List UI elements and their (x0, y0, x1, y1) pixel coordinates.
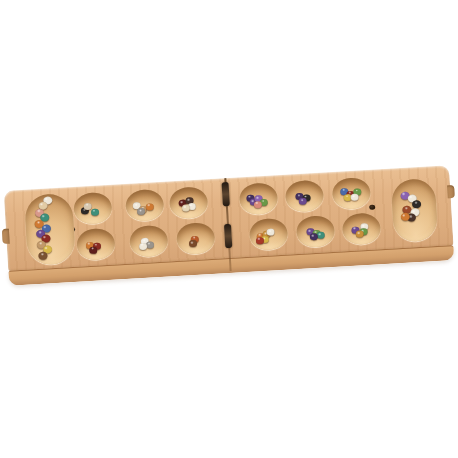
clasp-notch-right (447, 185, 455, 198)
gemstone-counter (139, 242, 147, 249)
gemstone-counter (299, 197, 307, 204)
gemstone-counter (84, 202, 92, 209)
mancala-board (4, 165, 455, 285)
gemstone-counter (89, 246, 97, 253)
gemstone-counter (182, 204, 190, 211)
pit-store-right (391, 178, 438, 242)
hinge-icon (222, 182, 230, 206)
gemstone-counter (267, 229, 275, 236)
product-photo-canvas (0, 0, 458, 458)
gemstone-counter (91, 208, 99, 215)
gemstone-counter (309, 233, 317, 240)
hinge-icon (224, 224, 232, 248)
gemstone-counter (39, 251, 48, 260)
gemstone-counter (137, 208, 145, 215)
gemstone-counter (355, 230, 363, 237)
pit-store-left (24, 193, 76, 266)
gemstone-counter (145, 203, 153, 210)
clasp-notch-left (2, 229, 10, 244)
gemstone-counter (412, 200, 421, 209)
gemstone-counter (254, 201, 262, 208)
gemstone-counter (255, 237, 263, 244)
gemstone-counter (350, 194, 358, 201)
gemstone-counter (189, 240, 197, 247)
